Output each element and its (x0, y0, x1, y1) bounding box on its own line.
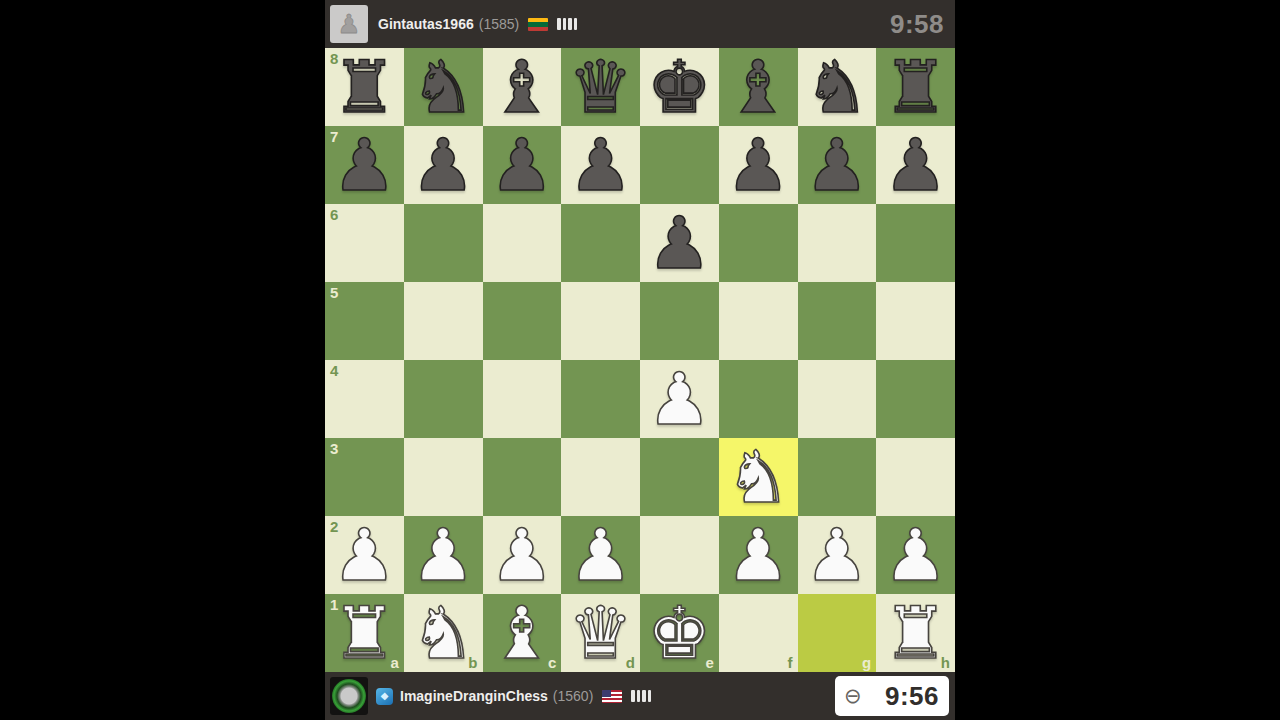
square-g3[interactable] (798, 438, 877, 516)
white-rook[interactable]: ♜ (883, 594, 948, 672)
black-pawn[interactable]: ♟ (568, 126, 633, 204)
square-c7[interactable]: ♟ (483, 126, 562, 204)
player-rating: (1560) (553, 688, 593, 704)
file-label-f: f (788, 654, 793, 671)
white-pawn[interactable]: ♟ (411, 516, 476, 594)
square-f5[interactable] (719, 282, 798, 360)
square-a7[interactable]: 7♟ (325, 126, 404, 204)
square-c4[interactable] (483, 360, 562, 438)
square-h7[interactable]: ♟ (876, 126, 955, 204)
square-f8[interactable]: ♝ (719, 48, 798, 126)
square-e5[interactable] (640, 282, 719, 360)
chess-board[interactable]: 8♜♞♝♛♚♝♞♜7♟♟♟♟♟♟♟6♟54♟3♞2♟♟♟♟♟♟♟1a♜b♞c♝d… (325, 48, 955, 672)
black-knight[interactable]: ♞ (411, 48, 476, 126)
square-g8[interactable]: ♞ (798, 48, 877, 126)
rank-label-3: 3 (330, 440, 338, 457)
white-bishop[interactable]: ♝ (490, 594, 555, 672)
square-g2[interactable]: ♟ (798, 516, 877, 594)
game-window: ♟ Gintautas1966 (1585) 9:58 8♜♞♝♛♚♝♞♜7♟♟… (325, 0, 955, 720)
white-king[interactable]: ♚ (647, 594, 712, 672)
player-clock: ⊖ 9:56 (835, 676, 949, 716)
diamond-membership-icon: ◆ (376, 688, 393, 705)
square-d8[interactable]: ♛ (561, 48, 640, 126)
black-pawn[interactable]: ♟ (490, 126, 555, 204)
square-b7[interactable]: ♟ (404, 126, 483, 204)
square-a4[interactable]: 4 (325, 360, 404, 438)
square-h1[interactable]: h♜ (876, 594, 955, 672)
opponent-username[interactable]: Gintautas1966 (378, 16, 474, 32)
player-username[interactable]: ImagineDranginChess (400, 688, 548, 704)
lithuania-flag-icon (528, 18, 548, 31)
white-pawn[interactable]: ♟ (805, 516, 870, 594)
square-c6[interactable] (483, 204, 562, 282)
black-queen[interactable]: ♛ (568, 48, 633, 126)
square-f2[interactable]: ♟ (719, 516, 798, 594)
square-c2[interactable]: ♟ (483, 516, 562, 594)
square-b8[interactable]: ♞ (404, 48, 483, 126)
white-pawn[interactable]: ♟ (568, 516, 633, 594)
square-d7[interactable]: ♟ (561, 126, 640, 204)
square-c5[interactable] (483, 282, 562, 360)
square-b4[interactable] (404, 360, 483, 438)
square-c1[interactable]: c♝ (483, 594, 562, 672)
rank-label-6: 6 (330, 206, 338, 223)
square-g6[interactable] (798, 204, 877, 282)
square-h2[interactable]: ♟ (876, 516, 955, 594)
player-avatar-image (332, 679, 366, 713)
square-h6[interactable] (876, 204, 955, 282)
white-queen[interactable]: ♛ (568, 594, 633, 672)
black-pawn[interactable]: ♟ (883, 126, 948, 204)
square-a8[interactable]: 8♜ (325, 48, 404, 126)
white-pawn[interactable]: ♟ (726, 516, 791, 594)
square-a3[interactable]: 3 (325, 438, 404, 516)
white-rook[interactable]: ♜ (332, 594, 397, 672)
square-e6[interactable]: ♟ (640, 204, 719, 282)
black-pawn[interactable]: ♟ (726, 126, 791, 204)
default-pawn-avatar-icon: ♟ (337, 11, 360, 37)
black-pawn[interactable]: ♟ (805, 126, 870, 204)
square-e2[interactable] (640, 516, 719, 594)
black-bishop[interactable]: ♝ (726, 48, 791, 126)
circled-minus-icon: ⊖ (844, 686, 862, 707)
square-h3[interactable] (876, 438, 955, 516)
signal-bars-icon (631, 690, 651, 702)
rank-label-5: 5 (330, 284, 338, 301)
square-f6[interactable] (719, 204, 798, 282)
white-pawn[interactable]: ♟ (332, 516, 397, 594)
black-bishop[interactable]: ♝ (490, 48, 555, 126)
white-knight[interactable]: ♞ (411, 594, 476, 672)
square-f7[interactable]: ♟ (719, 126, 798, 204)
black-rook[interactable]: ♜ (883, 48, 948, 126)
usa-flag-icon (602, 690, 622, 703)
square-e1[interactable]: e♚ (640, 594, 719, 672)
square-b3[interactable] (404, 438, 483, 516)
player-avatar[interactable] (330, 677, 368, 715)
square-d5[interactable] (561, 282, 640, 360)
square-f1[interactable]: f (719, 594, 798, 672)
square-a2[interactable]: 2♟ (325, 516, 404, 594)
square-b1[interactable]: b♞ (404, 594, 483, 672)
square-g1[interactable]: g (798, 594, 877, 672)
bottom-player-bar: ◆ ImagineDranginChess (1560) ⊖ 9:56 (325, 672, 955, 720)
square-c8[interactable]: ♝ (483, 48, 562, 126)
white-pawn[interactable]: ♟ (490, 516, 555, 594)
square-h5[interactable] (876, 282, 955, 360)
top-player-bar: ♟ Gintautas1966 (1585) 9:58 (325, 0, 955, 48)
square-d6[interactable] (561, 204, 640, 282)
square-e4[interactable]: ♟ (640, 360, 719, 438)
square-h4[interactable] (876, 360, 955, 438)
square-d2[interactable]: ♟ (561, 516, 640, 594)
square-h8[interactable]: ♜ (876, 48, 955, 126)
square-e7[interactable] (640, 126, 719, 204)
square-a1[interactable]: 1a♜ (325, 594, 404, 672)
opponent-clock: 9:58 (890, 9, 944, 40)
square-d1[interactable]: d♛ (561, 594, 640, 672)
rank-label-4: 4 (330, 362, 338, 379)
square-b6[interactable] (404, 204, 483, 282)
square-a5[interactable]: 5 (325, 282, 404, 360)
black-pawn[interactable]: ♟ (647, 204, 712, 282)
black-rook[interactable]: ♜ (332, 48, 397, 126)
square-a6[interactable]: 6 (325, 204, 404, 282)
opponent-rating: (1585) (479, 16, 519, 32)
square-b5[interactable] (404, 282, 483, 360)
file-label-g: g (862, 654, 871, 671)
black-pawn[interactable]: ♟ (411, 126, 476, 204)
black-king[interactable]: ♚ (647, 48, 712, 126)
square-g7[interactable]: ♟ (798, 126, 877, 204)
opponent-avatar[interactable]: ♟ (330, 5, 368, 43)
white-pawn[interactable]: ♟ (883, 516, 948, 594)
square-g4[interactable] (798, 360, 877, 438)
square-d4[interactable] (561, 360, 640, 438)
square-e8[interactable]: ♚ (640, 48, 719, 126)
square-b2[interactable]: ♟ (404, 516, 483, 594)
black-knight[interactable]: ♞ (805, 48, 870, 126)
square-f4[interactable] (719, 360, 798, 438)
player-clock-time: 9:56 (885, 681, 939, 712)
square-d3[interactable] (561, 438, 640, 516)
square-c3[interactable] (483, 438, 562, 516)
signal-bars-icon (557, 18, 577, 30)
square-f3[interactable]: ♞ (719, 438, 798, 516)
square-e3[interactable] (640, 438, 719, 516)
white-pawn[interactable]: ♟ (647, 360, 712, 438)
square-g5[interactable] (798, 282, 877, 360)
black-pawn[interactable]: ♟ (332, 126, 397, 204)
white-knight[interactable]: ♞ (726, 438, 791, 516)
